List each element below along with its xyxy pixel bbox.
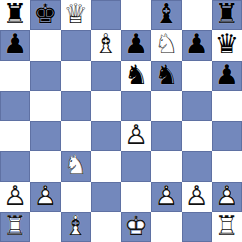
square-a4[interactable] (0, 121, 30, 151)
square-g4[interactable] (182, 121, 212, 151)
square-f8[interactable]: ♝ (151, 0, 181, 30)
square-g8[interactable] (182, 0, 212, 30)
black-knight-icon: ♞ (121, 61, 151, 91)
square-e3[interactable] (121, 151, 151, 181)
square-f1[interactable] (151, 212, 181, 242)
square-b7[interactable] (30, 30, 60, 60)
square-b5[interactable] (30, 91, 60, 121)
square-h8[interactable]: ♜ (212, 0, 242, 30)
square-e1[interactable]: ♚♔ (121, 212, 151, 242)
square-d3[interactable] (91, 151, 121, 181)
white-rook-icon: ♜♖ (212, 212, 242, 242)
square-g5[interactable] (182, 91, 212, 121)
square-e8[interactable] (121, 0, 151, 30)
square-c4[interactable] (61, 121, 91, 151)
square-g6[interactable] (182, 61, 212, 91)
square-h4[interactable] (212, 121, 242, 151)
black-queen-icon: ♛ (212, 30, 242, 60)
white-rook-icon: ♜♖ (0, 212, 30, 242)
square-a6[interactable] (0, 61, 30, 91)
square-e7[interactable]: ♟ (121, 30, 151, 60)
square-c2[interactable] (61, 182, 91, 212)
square-d5[interactable] (91, 91, 121, 121)
square-b2[interactable]: ♟♙ (30, 182, 60, 212)
square-e2[interactable] (121, 182, 151, 212)
square-d1[interactable] (91, 212, 121, 242)
square-g7[interactable]: ♟ (182, 30, 212, 60)
square-d4[interactable] (91, 121, 121, 151)
square-f7[interactable]: ♞♘ (151, 30, 181, 60)
square-a8[interactable]: ♜ (0, 0, 30, 30)
white-pawn-icon: ♟♙ (30, 182, 60, 212)
square-g1[interactable] (182, 212, 212, 242)
square-c8[interactable]: ♛♕ (61, 0, 91, 30)
square-c5[interactable] (61, 91, 91, 121)
white-pawn-icon: ♟♙ (182, 182, 212, 212)
square-a2[interactable]: ♟♙ (0, 182, 30, 212)
square-g2[interactable]: ♟♙ (182, 182, 212, 212)
white-queen-icon: ♛♕ (61, 0, 91, 30)
square-d7[interactable]: ♝♗ (91, 30, 121, 60)
square-c1[interactable]: ♝♗ (61, 212, 91, 242)
square-c6[interactable] (61, 61, 91, 91)
square-f4[interactable] (151, 121, 181, 151)
white-knight-icon: ♞♘ (61, 151, 91, 181)
square-h6[interactable]: ♟ (212, 61, 242, 91)
square-d8[interactable] (91, 0, 121, 30)
square-f5[interactable] (151, 91, 181, 121)
black-bishop-icon: ♝ (151, 0, 181, 30)
white-bishop-icon: ♝♗ (91, 30, 121, 60)
white-pawn-icon: ♟♙ (0, 182, 30, 212)
black-pawn-icon: ♟ (121, 30, 151, 60)
white-knight-icon: ♞♘ (151, 30, 181, 60)
square-h5[interactable] (212, 91, 242, 121)
square-b1[interactable] (30, 212, 60, 242)
square-b4[interactable] (30, 121, 60, 151)
black-knight-icon: ♞ (151, 61, 181, 91)
chess-board: ♜♚♛♕♝♜♟♝♗♟♞♘♟♛♞♞♟♟♙♞♘♟♙♟♙♟♙♟♙♟♙♜♖♝♗♚♔♜♖ (0, 0, 242, 242)
square-a7[interactable]: ♟ (0, 30, 30, 60)
white-king-icon: ♚♔ (121, 212, 151, 242)
square-f2[interactable]: ♟♙ (151, 182, 181, 212)
square-e6[interactable]: ♞ (121, 61, 151, 91)
square-h1[interactable]: ♜♖ (212, 212, 242, 242)
black-pawn-icon: ♟ (0, 30, 30, 60)
square-a1[interactable]: ♜♖ (0, 212, 30, 242)
black-pawn-icon: ♟ (212, 61, 242, 91)
square-h3[interactable] (212, 151, 242, 181)
white-pawn-icon: ♟♙ (121, 121, 151, 151)
white-bishop-icon: ♝♗ (61, 212, 91, 242)
square-h2[interactable]: ♟♙ (212, 182, 242, 212)
square-a5[interactable] (0, 91, 30, 121)
black-rook-icon: ♜ (0, 0, 30, 30)
square-h7[interactable]: ♛ (212, 30, 242, 60)
square-d6[interactable] (91, 61, 121, 91)
white-pawn-icon: ♟♙ (151, 182, 181, 212)
square-f6[interactable]: ♞ (151, 61, 181, 91)
black-king-icon: ♚ (30, 0, 60, 30)
square-c7[interactable] (61, 30, 91, 60)
square-f3[interactable] (151, 151, 181, 181)
square-c3[interactable]: ♞♘ (61, 151, 91, 181)
square-g3[interactable] (182, 151, 212, 181)
square-e5[interactable] (121, 91, 151, 121)
black-rook-icon: ♜ (212, 0, 242, 30)
square-b8[interactable]: ♚ (30, 0, 60, 30)
square-d2[interactable] (91, 182, 121, 212)
square-a3[interactable] (0, 151, 30, 181)
square-b6[interactable] (30, 61, 60, 91)
white-pawn-icon: ♟♙ (212, 182, 242, 212)
square-b3[interactable] (30, 151, 60, 181)
square-e4[interactable]: ♟♙ (121, 121, 151, 151)
black-pawn-icon: ♟ (182, 30, 212, 60)
